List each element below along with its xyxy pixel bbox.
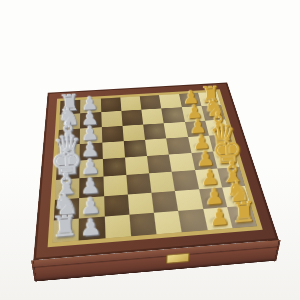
cell-e5 xyxy=(147,154,172,173)
cell-h5 xyxy=(154,211,182,235)
piece-black-rook-h8: ♜ xyxy=(231,198,257,227)
cell-f4 xyxy=(126,174,151,195)
case-left-face xyxy=(33,92,50,284)
cell-g4 xyxy=(128,192,154,214)
cell-d6 xyxy=(166,137,191,155)
cell-d5 xyxy=(145,138,169,156)
piece-black-pawn-h7: ♟ xyxy=(208,206,229,229)
cell-h1: ♜ xyxy=(53,218,80,242)
cell-h7: ♟ xyxy=(203,207,233,230)
cell-b3 xyxy=(101,111,122,127)
cell-a5 xyxy=(140,95,162,110)
cell-b5 xyxy=(141,109,163,125)
cell-c5 xyxy=(143,123,166,140)
wooden-chess-case: ♜♟♟♜♞♟♟♞♝♟♟♝♛♟♟♛♚♟♟♚♝♟♟♝♞♟♟♞♜♟♟♜ xyxy=(33,82,278,260)
chess-board: ♜♟♟♜♞♟♟♞♝♟♟♝♛♟♟♛♚♟♟♚♝♟♟♝♞♟♟♞♜♟♟♜ xyxy=(48,89,263,247)
cell-g5 xyxy=(151,191,178,213)
cell-h2: ♟ xyxy=(79,216,105,240)
cell-g3 xyxy=(104,194,130,216)
pieces-layer: ♜♟♟♜♞♟♟♞♝♟♟♝♛♟♟♛♚♟♟♚♝♟♟♝♞♟♟♞♜♟♟♜ xyxy=(53,92,257,243)
cell-d3 xyxy=(102,141,125,159)
photo-stage: ♜♟♟♜♞♟♟♞♝♟♟♝♛♟♟♛♚♟♟♚♝♟♟♝♞♟♟♞♜♟♟♜ xyxy=(0,0,300,300)
cell-b4 xyxy=(121,110,143,126)
chess-set-photo: ♜♟♟♜♞♟♟♞♝♟♟♝♛♟♟♛♚♟♟♚♝♟♟♝♞♟♟♞♜♟♟♜ xyxy=(0,0,300,300)
cell-c4 xyxy=(122,124,145,141)
cell-a3 xyxy=(100,97,121,112)
case-front-face xyxy=(31,240,281,282)
cell-h8: ♜ xyxy=(227,205,257,228)
piece-white-pawn-h2: ♟ xyxy=(80,216,102,240)
cell-f5 xyxy=(149,172,175,192)
cell-d4 xyxy=(123,140,147,158)
piece-white-rook-h1: ♜ xyxy=(51,212,79,242)
cell-a4 xyxy=(120,96,141,111)
cell-h3 xyxy=(104,214,131,238)
cell-h4 xyxy=(129,213,156,237)
cell-c3 xyxy=(101,126,123,143)
cell-e4 xyxy=(125,156,149,175)
brass-latch-icon xyxy=(166,253,190,264)
cell-f3 xyxy=(103,175,128,196)
cell-e3 xyxy=(102,158,126,177)
